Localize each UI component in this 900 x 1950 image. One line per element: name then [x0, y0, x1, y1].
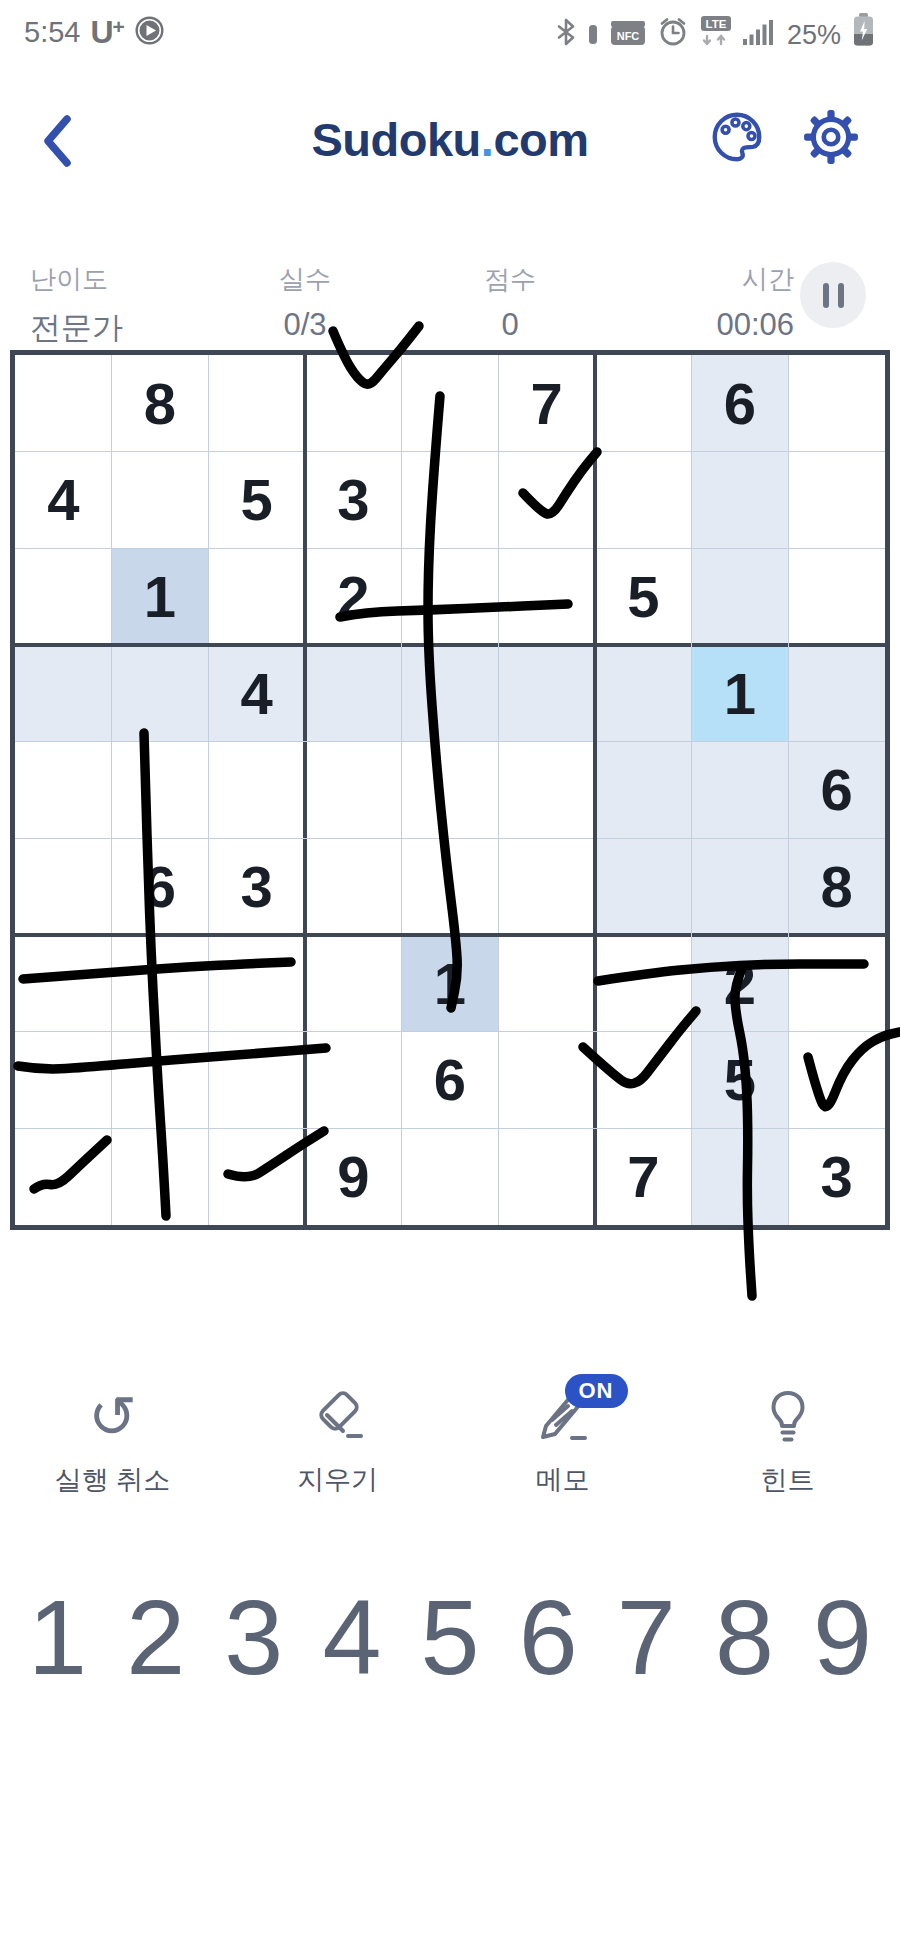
cell-r5c3[interactable]: [208, 742, 305, 839]
cell-r1c9[interactable]: [788, 355, 885, 452]
cell-r6c6[interactable]: [498, 838, 595, 935]
cell-r1c4[interactable]: [305, 355, 402, 452]
cell-r6c9[interactable]: 8: [788, 838, 885, 935]
cell-r9c8[interactable]: [692, 1128, 789, 1225]
cell-r9c1[interactable]: [15, 1128, 112, 1225]
cell-r7c2[interactable]: [112, 935, 209, 1032]
score-stat: 점수 0: [430, 262, 590, 343]
cell-r1c8[interactable]: 6: [692, 355, 789, 452]
cell-r2c7[interactable]: [595, 452, 692, 549]
cell-r1c5[interactable]: [402, 355, 499, 452]
play-circle-icon: [134, 15, 165, 50]
cell-r3c5[interactable]: [402, 548, 499, 645]
grid-line: [208, 355, 210, 1225]
gear-icon: [802, 108, 860, 166]
battery-icon: [851, 13, 876, 51]
eraser-icon: [307, 1384, 369, 1450]
cell-r8c9[interactable]: [788, 1032, 885, 1129]
cell-r4c5[interactable]: [402, 645, 499, 742]
pause-icon: [823, 283, 829, 308]
cell-r7c7[interactable]: [595, 935, 692, 1032]
cell-r1c2[interactable]: 8: [112, 355, 209, 452]
cell-r2c9[interactable]: [788, 452, 885, 549]
cell-r3c8[interactable]: [692, 548, 789, 645]
cell-r9c5[interactable]: [402, 1128, 499, 1225]
cell-r4c8[interactable]: 1: [692, 645, 789, 742]
numpad-digit-9[interactable]: 9: [813, 1578, 872, 1696]
alarm-icon: [657, 15, 689, 51]
numpad-digit-8[interactable]: 8: [715, 1578, 774, 1696]
grid-line: [15, 548, 885, 550]
battery-percent: 25%: [787, 20, 841, 51]
numpad-digit-7[interactable]: 7: [617, 1578, 676, 1696]
cell-r3c6[interactable]: [498, 548, 595, 645]
cell-r3c9[interactable]: [788, 548, 885, 645]
settings-button[interactable]: [802, 108, 860, 166]
cell-r6c1[interactable]: [15, 838, 112, 935]
cell-r6c2[interactable]: 6: [112, 838, 209, 935]
cell-r3c1[interactable]: [15, 548, 112, 645]
grid-line: [15, 451, 885, 453]
status-bar: 5:54 U+ NFC LTE 25%: [0, 0, 900, 58]
cell-r1c7[interactable]: [595, 355, 692, 452]
cell-r7c3[interactable]: [208, 935, 305, 1032]
difficulty-stat: 난이도 전문가: [30, 262, 123, 349]
grid-line: [401, 355, 403, 1225]
cell-r2c3[interactable]: 5: [208, 452, 305, 549]
cell-r7c8[interactable]: 2: [692, 935, 789, 1032]
nfc-icon: NFC: [609, 19, 647, 51]
cell-r9c3[interactable]: [208, 1128, 305, 1225]
header: Sudoku.com: [0, 98, 900, 184]
numpad-digit-1[interactable]: 1: [28, 1578, 87, 1696]
time-stat: 시간 00:06: [624, 262, 794, 343]
numpad-digit-2[interactable]: 2: [126, 1578, 185, 1696]
cell-r7c6[interactable]: [498, 935, 595, 1032]
cell-r1c1[interactable]: [15, 355, 112, 452]
cell-r5c9[interactable]: 6: [788, 742, 885, 839]
cell-r1c6[interactable]: 7: [498, 355, 595, 452]
cell-r4c9[interactable]: [788, 645, 885, 742]
cell-r4c6[interactable]: [498, 645, 595, 742]
cell-r4c7[interactable]: [595, 645, 692, 742]
grid-line: [788, 355, 790, 1225]
cell-r3c7[interactable]: 5: [595, 548, 692, 645]
grid-line: [111, 355, 113, 1225]
grid-line: [15, 838, 885, 840]
cell-r2c5[interactable]: [402, 452, 499, 549]
cell-r9c2[interactable]: [112, 1128, 209, 1225]
memo-button[interactable]: ON 메모: [450, 1372, 675, 1498]
undo-button[interactable]: ↺ 실행 취소: [0, 1372, 225, 1498]
cell-r5c6[interactable]: [498, 742, 595, 839]
cell-r4c3[interactable]: 4: [208, 645, 305, 742]
cell-r7c1[interactable]: [15, 935, 112, 1032]
numpad-digit-4[interactable]: 4: [322, 1578, 381, 1696]
cell-r7c9[interactable]: [788, 935, 885, 1032]
cell-r7c4[interactable]: [305, 935, 402, 1032]
bluetooth-icon: [555, 17, 577, 51]
cell-r7c5[interactable]: 1: [402, 935, 499, 1032]
undo-icon: ↺: [88, 1384, 137, 1450]
toolbar: ↺ 실행 취소 지우기 ON 메모 힌트: [0, 1372, 900, 1498]
eraser-button[interactable]: 지우기: [225, 1372, 450, 1498]
cell-r6c4[interactable]: [305, 838, 402, 935]
svg-text:LTE: LTE: [706, 18, 727, 30]
grid-line: [15, 741, 885, 743]
grid-line: [691, 355, 693, 1225]
svg-text:NFC: NFC: [617, 30, 640, 42]
cell-r1c3[interactable]: [208, 355, 305, 452]
grid-line: [498, 355, 500, 1225]
hint-button[interactable]: 힌트: [675, 1372, 900, 1498]
numpad-digit-5[interactable]: 5: [421, 1578, 480, 1696]
cell-r4c2[interactable]: [112, 645, 209, 742]
status-time: 5:54: [24, 16, 80, 49]
cell-r2c1[interactable]: 4: [15, 452, 112, 549]
cell-r2c2[interactable]: [112, 452, 209, 549]
cell-r3c2[interactable]: 1: [112, 548, 209, 645]
sudoku-board: 8764531254166381265973: [10, 350, 890, 1230]
cell-r8c6[interactable]: [498, 1032, 595, 1129]
cell-r6c8[interactable]: [692, 838, 789, 935]
grid-line: [303, 355, 308, 1225]
grid-line: [593, 355, 598, 1225]
cell-r6c7[interactable]: [595, 838, 692, 935]
cell-r8c4[interactable]: [305, 1032, 402, 1129]
cell-r8c5[interactable]: 6: [402, 1032, 499, 1129]
signal-icon: [743, 19, 775, 51]
cell-r5c8[interactable]: [692, 742, 789, 839]
grid-line: [15, 933, 885, 938]
numpad-digit-3[interactable]: 3: [224, 1578, 283, 1696]
cell-r5c4[interactable]: [305, 742, 402, 839]
lightbulb-icon: [757, 1384, 819, 1450]
numpad-digit-6[interactable]: 6: [519, 1578, 578, 1696]
info-bar: 난이도 전문가 실수 0/3 점수 0 시간 00:06: [0, 258, 900, 354]
cell-r8c1[interactable]: [15, 1032, 112, 1129]
cell-r8c8[interactable]: 5: [692, 1032, 789, 1129]
cell-r8c2[interactable]: [112, 1032, 209, 1129]
grid-line: [15, 1128, 885, 1130]
cell-r6c3[interactable]: 3: [208, 838, 305, 935]
cell-r2c4[interactable]: 3: [305, 452, 402, 549]
cell-r4c1[interactable]: [15, 645, 112, 742]
cell-r5c5[interactable]: [402, 742, 499, 839]
cell-r9c4[interactable]: 9: [305, 1128, 402, 1225]
pause-button[interactable]: [800, 262, 866, 328]
theme-button[interactable]: [708, 108, 766, 166]
grid-line: [15, 1031, 885, 1033]
cell-r9c9[interactable]: 3: [788, 1128, 885, 1225]
cell-r8c7[interactable]: [595, 1032, 692, 1129]
grid-line: [15, 643, 885, 648]
cell-r5c2[interactable]: [112, 742, 209, 839]
cell-r6c5[interactable]: [402, 838, 499, 935]
cell-r3c4[interactable]: 2: [305, 548, 402, 645]
device-pill-icon: [587, 21, 599, 51]
cell-r4c4[interactable]: [305, 645, 402, 742]
cell-r2c8[interactable]: [692, 452, 789, 549]
cell-r5c1[interactable]: [15, 742, 112, 839]
cell-r5c7[interactable]: [595, 742, 692, 839]
numpad: 123456789: [0, 1578, 900, 1696]
lte-icon: LTE: [699, 15, 733, 51]
carrier-logo: U+: [90, 14, 123, 51]
cell-r9c6[interactable]: [498, 1128, 595, 1225]
cell-r3c3[interactable]: [208, 548, 305, 645]
memo-on-badge: ON: [565, 1374, 628, 1408]
mistakes-stat: 실수 0/3: [225, 262, 385, 343]
cell-r2c6[interactable]: [498, 452, 595, 549]
cell-r9c7[interactable]: 7: [595, 1128, 692, 1225]
palette-icon: [708, 108, 766, 166]
cell-r8c3[interactable]: [208, 1032, 305, 1129]
